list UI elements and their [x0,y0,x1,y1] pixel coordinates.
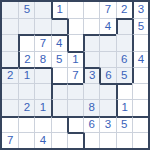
cell-r2c5[interactable] [67,18,83,34]
cell-r6c6[interactable] [83,83,99,99]
given-digit: 8 [89,102,95,114]
given-digit: 5 [121,70,127,82]
given-digit: 4 [138,54,144,66]
cell-r1c5[interactable] [67,2,83,18]
cell-r3c1[interactable] [2,34,18,50]
given-digit: 4 [105,21,111,33]
given-digit: 1 [57,4,63,16]
cell-r1c4[interactable]: 1 [51,2,67,18]
cell-r6c8[interactable] [116,83,132,99]
cell-r2c7[interactable]: 4 [99,18,115,34]
cell-r5c4[interactable] [51,67,67,83]
given-digit: 3 [138,4,144,16]
cell-r9c8[interactable] [116,132,132,148]
cell-r6c9[interactable] [132,83,148,99]
given-digit: 5 [56,54,62,66]
cell-r1c1[interactable] [2,2,18,18]
given-digit: 1 [40,102,46,114]
given-digit: 3 [105,119,111,131]
given-digit: 8 [40,54,46,66]
cell-r9c7[interactable] [99,132,115,148]
cell-r9c5[interactable] [67,132,83,148]
cell-r2c4[interactable] [51,18,67,34]
given-digit: 6 [105,70,111,82]
cell-r8c8[interactable]: 5 [116,116,132,132]
cell-r5c2[interactable]: 1 [18,67,34,83]
given-digit: 2 [24,54,30,66]
given-digit: 7 [7,135,13,147]
cell-r4c3[interactable]: 8 [34,51,50,67]
cell-r5c5[interactable]: 7 [67,67,83,83]
cell-r9c6[interactable] [83,132,99,148]
cell-r1c7[interactable]: 7 [99,2,115,18]
cell-r1c8[interactable]: 2 [116,2,132,18]
cell-r2c9[interactable]: 5 [132,18,148,34]
cell-r7c6[interactable]: 8 [83,99,99,115]
cell-r8c2[interactable] [18,116,34,132]
cell-r5c9[interactable] [132,67,148,83]
cell-r5c1[interactable]: 2 [2,67,18,83]
cell-r6c7[interactable] [99,83,115,99]
cell-r7c1[interactable] [2,99,18,115]
cell-r5c8[interactable]: 5 [116,67,132,83]
sudoku-board: 517234574285164217365218163574 [0,0,150,150]
cell-r6c5[interactable] [67,83,83,99]
given-digit: 2 [24,102,30,114]
given-digit: 5 [24,4,30,16]
given-digit: 4 [40,135,46,147]
given-digit: 7 [72,70,78,82]
cell-r1c3[interactable] [34,2,50,18]
cell-r9c4[interactable] [51,132,67,148]
given-digit: 2 [121,4,127,16]
given-digit: 3 [89,70,95,82]
cell-r8c1[interactable] [2,116,18,132]
cell-r7c7[interactable] [99,99,115,115]
cell-r3c9[interactable] [132,34,148,50]
given-digit: 6 [89,119,95,131]
cell-r2c3[interactable] [34,18,50,34]
cell-r8c7[interactable]: 3 [99,116,115,132]
given-digit: 1 [121,102,127,114]
given-digit: 5 [121,119,127,131]
cell-r4c7[interactable] [99,51,115,67]
given-digit: 7 [40,38,46,50]
cell-r8c5[interactable] [67,116,83,132]
given-digit: 5 [138,21,144,33]
cell-r4c1[interactable] [2,51,18,67]
cell-r5c6[interactable]: 3 [83,67,99,83]
cell-r9c9[interactable] [132,132,148,148]
cell-r2c8[interactable] [116,18,132,34]
cell-r3c8[interactable] [116,34,132,50]
cell-r3c3[interactable]: 7 [34,34,50,50]
cell-r3c6[interactable] [83,34,99,50]
cell-r1c9[interactable]: 3 [132,2,148,18]
cell-r5c7[interactable]: 6 [99,67,115,83]
cell-r2c6[interactable] [83,18,99,34]
cell-r3c5[interactable] [67,34,83,50]
cell-r5c3[interactable] [34,67,50,83]
cell-r8c6[interactable]: 6 [83,116,99,132]
cell-r3c7[interactable] [99,34,115,50]
cell-r4c8[interactable]: 6 [116,51,132,67]
given-digit: 7 [105,4,111,16]
given-digit: 4 [56,38,62,50]
cell-r3c4[interactable]: 4 [51,34,67,50]
cell-r6c3[interactable] [34,83,50,99]
cell-r7c4[interactable] [51,99,67,115]
cell-r3c2[interactable] [18,34,34,50]
given-digit: 1 [72,54,78,66]
given-digit: 1 [24,70,30,82]
cell-r4c9[interactable]: 4 [132,51,148,67]
cell-r2c1[interactable] [2,18,18,34]
cell-r6c2[interactable] [18,83,34,99]
cell-r2c2[interactable] [18,18,34,34]
cell-r1c6[interactable] [83,2,99,18]
cell-r9c2[interactable] [18,132,34,148]
given-digit: 6 [121,54,127,66]
cell-r4c6[interactable] [83,51,99,67]
cell-r1c2[interactable]: 5 [18,2,34,18]
cell-r7c5[interactable] [67,99,83,115]
cell-r7c2[interactable]: 2 [18,99,34,115]
cell-r8c4[interactable] [51,116,67,132]
cell-r6c1[interactable] [2,83,18,99]
cell-r8c3[interactable] [34,116,50,132]
cell-r8c9[interactable] [132,116,148,132]
cell-r4c4[interactable]: 5 [51,51,67,67]
cell-r9c1[interactable]: 7 [2,132,18,148]
cell-r4c2[interactable]: 2 [18,51,34,67]
cell-r7c8[interactable]: 1 [116,99,132,115]
cell-r6c4[interactable] [51,83,67,99]
cell-r7c9[interactable] [132,99,148,115]
cell-r9c3[interactable]: 4 [34,132,50,148]
cell-r4c5[interactable]: 1 [67,51,83,67]
given-digit: 2 [7,70,13,82]
sudoku-app: 517234574285164217365218163574 [0,0,150,150]
cell-r7c3[interactable]: 1 [34,99,50,115]
